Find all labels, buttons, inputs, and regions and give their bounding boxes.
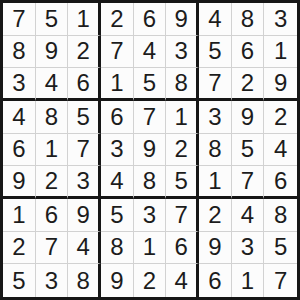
cell-digit: 4 [208,7,221,31]
cell-digit: 9 [76,203,89,227]
cell-digit: 5 [143,71,156,95]
cell-r3c7[interactable]: 7 [199,68,232,101]
cell-digit: 2 [208,203,221,227]
cell-digit: 3 [12,71,25,95]
cell-digit: 7 [241,169,254,193]
cell-digit: 2 [274,105,287,129]
cell-r8c4[interactable]: 8 [101,232,134,265]
cell-r6c6[interactable]: 5 [166,166,199,199]
cell-r3c6[interactable]: 8 [166,68,199,101]
cell-digit: 1 [241,269,254,293]
cell-r2c6[interactable]: 3 [166,36,199,69]
cell-digit: 4 [110,169,123,193]
cell-r9c6[interactable]: 4 [166,264,199,297]
cell-r1c3[interactable]: 1 [68,3,101,36]
cell-r7c4[interactable]: 5 [101,199,134,232]
cell-r4c8[interactable]: 9 [232,101,265,134]
cell-digit: 5 [208,39,221,63]
cell-digit: 5 [241,137,254,161]
cell-digit: 8 [12,39,25,63]
cell-r7c1[interactable]: 1 [3,199,36,232]
cell-digit: 9 [241,105,254,129]
cell-digit: 5 [76,105,89,129]
cell-r4c7[interactable]: 3 [199,101,232,134]
cell-digit: 7 [45,235,58,259]
cell-digit: 2 [12,235,25,259]
cell-r9c1[interactable]: 5 [3,264,36,297]
cell-digit: 3 [143,203,156,227]
cell-digit: 5 [110,203,123,227]
cell-r6c9[interactable]: 6 [264,166,297,199]
cell-digit: 8 [110,235,123,259]
cell-r8c7[interactable]: 9 [199,232,232,265]
sudoku-board: 7512694838927435613461587294856713926173… [0,0,300,300]
cell-digit: 8 [274,203,287,227]
cell-digit: 9 [110,269,123,293]
cell-digit: 4 [241,203,254,227]
cell-digit: 8 [208,137,221,161]
cell-r8c3[interactable]: 4 [68,232,101,265]
cell-digit: 4 [12,105,25,129]
cell-r7c3[interactable]: 9 [68,199,101,232]
cell-digit: 8 [45,105,58,129]
cell-digit: 6 [208,269,221,293]
cell-digit: 9 [12,169,25,193]
cell-r4c4[interactable]: 6 [101,101,134,134]
cell-digit: 2 [143,269,156,293]
cell-digit: 5 [12,269,25,293]
cell-digit: 2 [241,71,254,95]
cell-r2c9[interactable]: 1 [264,36,297,69]
cell-r5c6[interactable]: 2 [166,134,199,167]
cell-digit: 7 [12,7,25,31]
cell-r8c8[interactable]: 3 [232,232,265,265]
cell-r3c1[interactable]: 3 [3,68,36,101]
cell-r4c3[interactable]: 5 [68,101,101,134]
cell-r3c3[interactable]: 6 [68,68,101,101]
cell-digit: 2 [174,137,187,161]
cell-digit: 1 [12,203,25,227]
cell-r8c9[interactable]: 5 [264,232,297,265]
cell-r1c4[interactable]: 2 [101,3,134,36]
cell-digit: 6 [274,169,287,193]
cell-r9c2[interactable]: 3 [36,264,69,297]
cell-digit: 6 [76,71,89,95]
cell-r5c7[interactable]: 8 [199,134,232,167]
cell-r8c5[interactable]: 1 [134,232,167,265]
cell-digit: 1 [76,7,89,31]
cell-digit: 3 [76,169,89,193]
cell-r8c2[interactable]: 7 [36,232,69,265]
cell-r1c1[interactable]: 7 [3,3,36,36]
cell-digit: 9 [45,39,58,63]
cell-r6c3[interactable]: 3 [68,166,101,199]
cell-r9c8[interactable]: 1 [232,264,265,297]
cell-digit: 1 [110,71,123,95]
cell-r3c5[interactable]: 5 [134,68,167,101]
cell-digit: 7 [174,203,187,227]
cell-r9c7[interactable]: 6 [199,264,232,297]
cell-r7c2[interactable]: 6 [36,199,69,232]
cell-digit: 9 [208,235,221,259]
cell-digit: 3 [241,235,254,259]
cell-r3c8[interactable]: 2 [232,68,265,101]
cell-digit: 3 [45,269,58,293]
cell-r4c9[interactable]: 2 [264,101,297,134]
cell-r5c8[interactable]: 5 [232,134,265,167]
cell-digit: 3 [174,39,187,63]
cell-r1c5[interactable]: 6 [134,3,167,36]
cell-r8c1[interactable]: 2 [3,232,36,265]
cell-digit: 8 [76,269,89,293]
cell-digit: 3 [208,105,221,129]
cell-r9c9[interactable]: 7 [264,264,297,297]
cell-r6c7[interactable]: 1 [199,166,232,199]
cell-digit: 1 [174,105,187,129]
cell-r5c1[interactable]: 6 [3,134,36,167]
cell-r2c3[interactable]: 2 [68,36,101,69]
cell-r7c6[interactable]: 7 [166,199,199,232]
cell-r3c2[interactable]: 4 [36,68,69,101]
cell-digit: 5 [45,7,58,31]
cell-digit: 2 [76,39,89,63]
cell-r9c3[interactable]: 8 [68,264,101,297]
cell-r1c6[interactable]: 9 [166,3,199,36]
cell-digit: 6 [174,235,187,259]
cell-r5c9[interactable]: 4 [264,134,297,167]
cell-digit: 6 [12,137,25,161]
cell-digit: 7 [110,39,123,63]
cell-r4c5[interactable]: 7 [134,101,167,134]
cell-digit: 8 [174,71,187,95]
cell-r7c8[interactable]: 4 [232,199,265,232]
cell-r6c2[interactable]: 2 [36,166,69,199]
cell-digit: 1 [274,39,287,63]
cell-r5c5[interactable]: 9 [134,134,167,167]
cell-digit: 5 [274,235,287,259]
cell-digit: 4 [76,235,89,259]
cell-r2c7[interactable]: 5 [199,36,232,69]
cell-r5c4[interactable]: 3 [101,134,134,167]
cell-r6c5[interactable]: 8 [134,166,167,199]
cell-digit: 1 [143,235,156,259]
cell-r4c2[interactable]: 8 [36,101,69,134]
cell-r4c1[interactable]: 4 [3,101,36,134]
cell-digit: 6 [143,7,156,31]
cell-r9c4[interactable]: 9 [101,264,134,297]
cell-r1c8[interactable]: 8 [232,3,265,36]
cell-r2c1[interactable]: 8 [3,36,36,69]
cell-digit: 6 [241,39,254,63]
cell-r7c9[interactable]: 8 [264,199,297,232]
cell-digit: 2 [45,169,58,193]
cell-digit: 5 [174,169,187,193]
cell-digit: 1 [208,169,221,193]
cell-digit: 1 [45,137,58,161]
cell-digit: 6 [110,105,123,129]
cell-r2c5[interactable]: 4 [134,36,167,69]
cell-digit: 4 [174,269,187,293]
cell-r7c5[interactable]: 3 [134,199,167,232]
cell-r5c3[interactable]: 7 [68,134,101,167]
cell-digit: 9 [143,137,156,161]
cell-r2c4[interactable]: 7 [101,36,134,69]
cell-digit: 9 [274,71,287,95]
cell-digit: 8 [143,169,156,193]
cell-digit: 7 [76,137,89,161]
cell-digit: 6 [45,203,58,227]
cell-digit: 3 [110,137,123,161]
cell-r4c6[interactable]: 1 [166,101,199,134]
cell-r3c9[interactable]: 9 [264,68,297,101]
cell-r6c1[interactable]: 9 [3,166,36,199]
cell-digit: 4 [45,71,58,95]
cell-r9c5[interactable]: 2 [134,264,167,297]
cell-r3c4[interactable]: 1 [101,68,134,101]
cell-r2c2[interactable]: 9 [36,36,69,69]
cell-digit: 3 [274,7,287,31]
cell-r8c6[interactable]: 6 [166,232,199,265]
cell-digit: 7 [208,71,221,95]
cell-r5c2[interactable]: 1 [36,134,69,167]
cell-digit: 8 [241,7,254,31]
cell-r2c8[interactable]: 6 [232,36,265,69]
cell-digit: 7 [274,269,287,293]
cell-r1c9[interactable]: 3 [264,3,297,36]
cell-digit: 2 [110,7,123,31]
cell-digit: 4 [143,39,156,63]
cell-digit: 7 [143,105,156,129]
cell-r1c7[interactable]: 4 [199,3,232,36]
cell-digit: 4 [274,137,287,161]
cell-r6c4[interactable]: 4 [101,166,134,199]
cell-r1c2[interactable]: 5 [36,3,69,36]
cell-r6c8[interactable]: 7 [232,166,265,199]
cell-r7c7[interactable]: 2 [199,199,232,232]
cell-digit: 9 [174,7,187,31]
